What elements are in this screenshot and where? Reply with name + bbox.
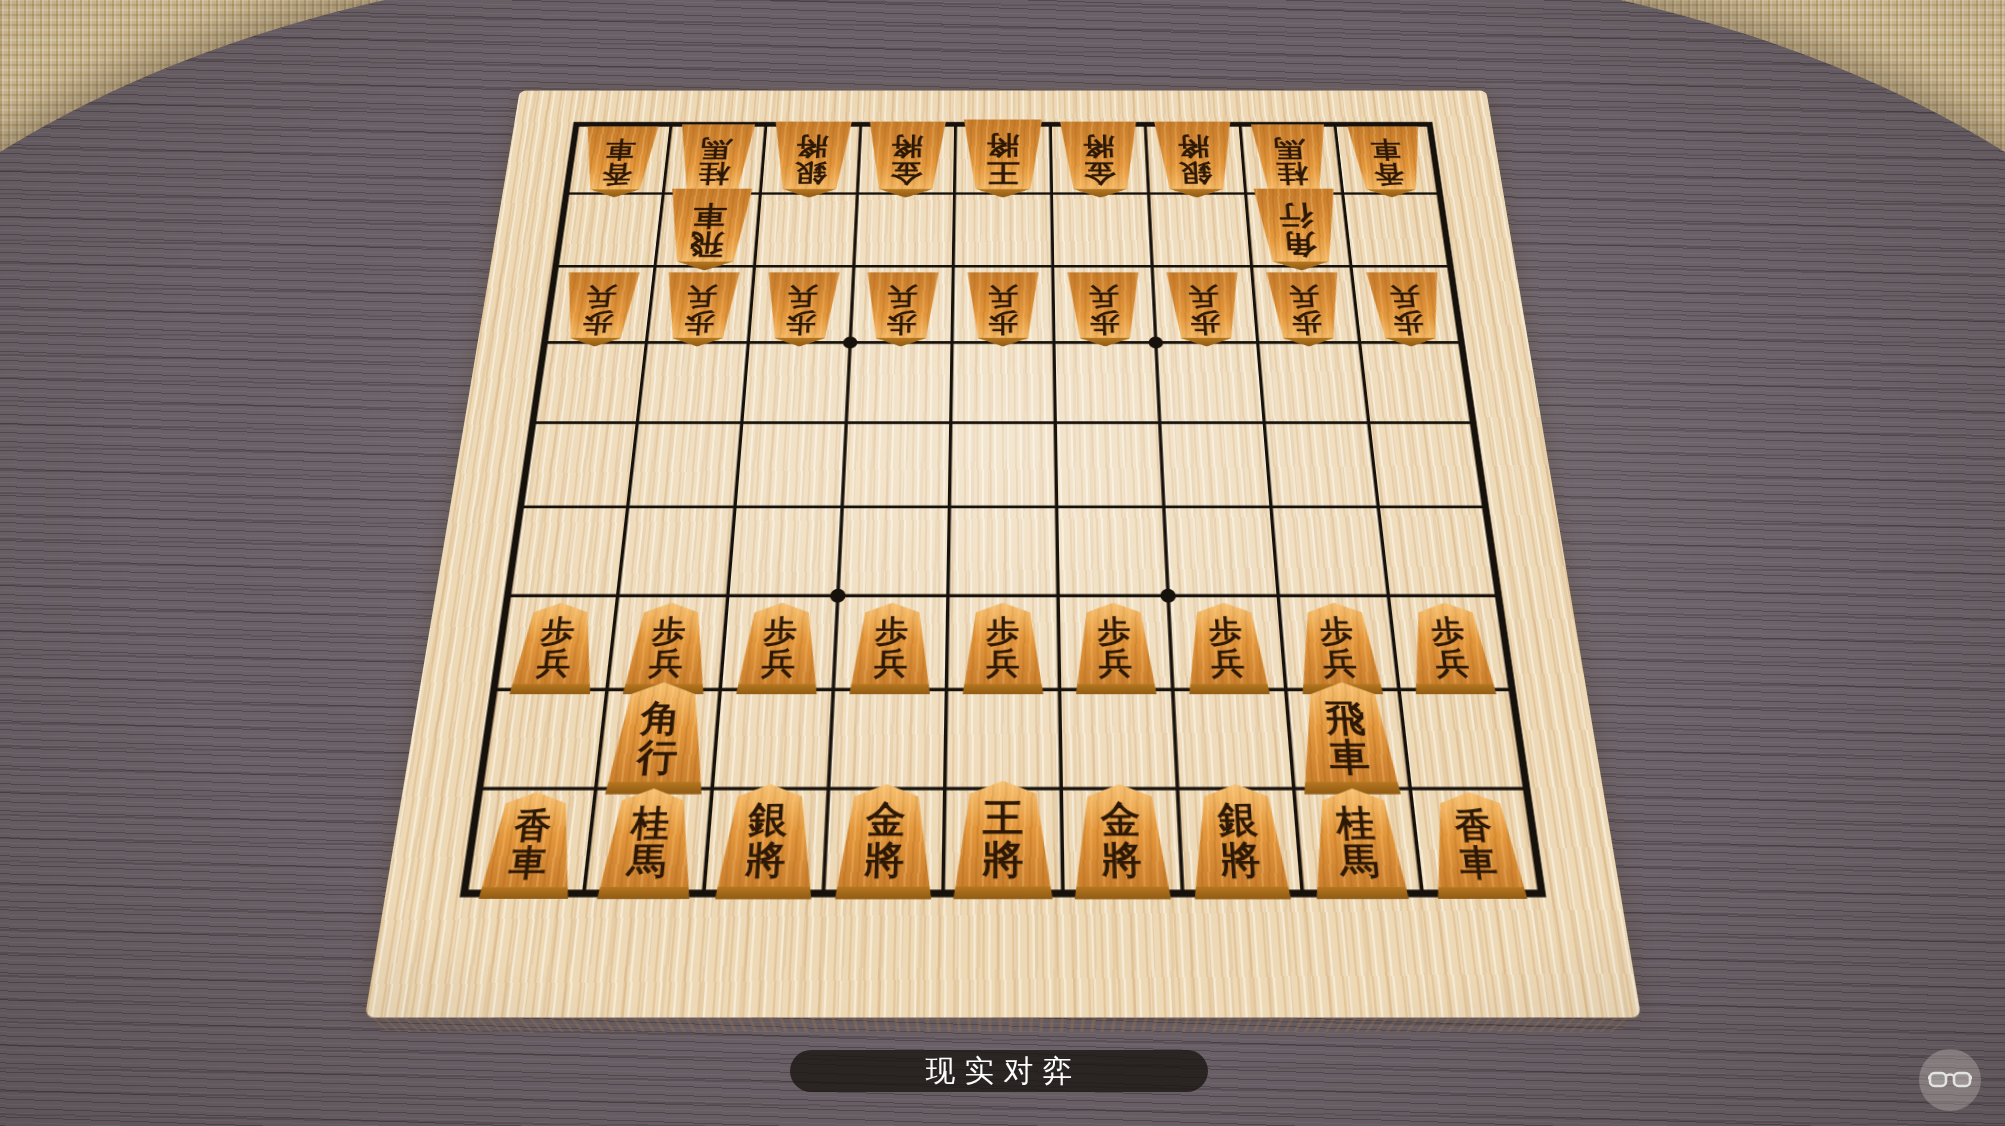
- piece-kanji: 金將: [833, 795, 935, 886]
- piece-thickness-edge: [761, 338, 837, 346]
- piece-kanji: 香車: [478, 802, 581, 887]
- piece-kanji: 歩兵: [965, 280, 1040, 339]
- piece-thickness-edge: [1413, 684, 1498, 694]
- piece-kanji: 歩兵: [1294, 612, 1384, 684]
- piece-kanji: 香車: [1347, 134, 1429, 190]
- piece-thickness-edge: [1300, 684, 1385, 694]
- piece-kanji: 歩兵: [622, 612, 712, 684]
- piece-kanji: 歩兵: [863, 280, 940, 339]
- piece-thickness-edge: [1258, 261, 1345, 270]
- piece-kanji: 歩兵: [1166, 280, 1245, 339]
- piece-thickness-edge: [1156, 189, 1238, 198]
- piece-thickness-edge: [661, 261, 748, 270]
- piece-thickness-edge: [961, 189, 1045, 198]
- piece-kanji: 歩兵: [735, 612, 823, 684]
- piece-kanji: 香車: [1425, 802, 1528, 887]
- piece-kanji: 桂馬: [596, 799, 699, 886]
- piece-kanji: 歩兵: [1183, 612, 1271, 684]
- piece-kanji: 歩兵: [660, 280, 740, 339]
- piece-thickness-edge: [508, 684, 593, 694]
- piece-kanji: 歩兵: [961, 612, 1045, 684]
- piece-thickness-edge: [1074, 684, 1158, 694]
- piece-kanji: 飛車: [1294, 693, 1402, 782]
- piece-thickness-edge: [621, 684, 706, 694]
- piece-kanji: 桂馬: [673, 132, 756, 190]
- piece-thickness-edge: [961, 684, 1045, 694]
- piece-thickness-edge: [1059, 189, 1140, 198]
- piece-thickness-edge: [1353, 189, 1429, 197]
- board-pieces-layer: 香車桂馬銀將金將王將金將銀將桂馬香車飛車角行歩兵歩兵歩兵歩兵歩兵歩兵歩兵歩兵歩兵…: [464, 124, 1542, 893]
- piece-kanji: 歩兵: [1073, 612, 1158, 684]
- piece-thickness-edge: [734, 684, 819, 694]
- piece-kanji: 角行: [605, 693, 713, 782]
- shogi-board[interactable]: 香車桂馬銀將金將王將金將銀將桂馬香車飛車角行歩兵歩兵歩兵歩兵歩兵歩兵歩兵歩兵歩兵…: [365, 91, 1641, 1018]
- piece-kanji: 飛車: [662, 197, 753, 262]
- piece-thickness-edge: [848, 684, 932, 694]
- piece-kanji: 角行: [1253, 197, 1344, 262]
- board-front-edge: [372, 1018, 1634, 1032]
- piece-kanji: 銀將: [1187, 795, 1292, 886]
- piece-kanji: 王將: [961, 128, 1045, 190]
- piece-kanji: 桂馬: [1250, 132, 1333, 190]
- piece-kanji: 金將: [1071, 795, 1173, 886]
- piece-kanji: 歩兵: [1365, 280, 1447, 339]
- piece-kanji: 歩兵: [1266, 280, 1346, 339]
- piece-thickness-edge: [557, 338, 634, 346]
- piece-thickness-edge: [577, 189, 653, 197]
- piece-thickness-edge: [865, 189, 946, 198]
- view-mode-button[interactable]: [1919, 1049, 1981, 1111]
- game-screen: 香車桂馬銀將金將王將金將銀將桂馬香車飛車角行歩兵歩兵歩兵歩兵歩兵歩兵歩兵歩兵歩兵…: [0, 0, 2005, 1126]
- piece-thickness-edge: [1067, 338, 1143, 346]
- piece-kanji: 歩兵: [509, 612, 601, 684]
- mode-pill-label: 现实对弈: [917, 1051, 1082, 1092]
- piece-kanji: 金將: [866, 130, 948, 190]
- piece-thickness-edge: [965, 338, 1041, 346]
- piece-thickness-edge: [659, 338, 735, 346]
- piece-kanji: 歩兵: [1404, 612, 1496, 684]
- piece-kanji: 歩兵: [558, 280, 640, 339]
- piece-kanji: 桂馬: [1306, 799, 1409, 886]
- piece-thickness-edge: [1372, 338, 1449, 346]
- piece-thickness-edge: [768, 189, 850, 198]
- piece-thickness-edge: [1301, 782, 1403, 795]
- piece-kanji: 歩兵: [762, 280, 841, 339]
- piece-thickness-edge: [1169, 338, 1245, 346]
- piece-thickness-edge: [1187, 684, 1272, 694]
- piece-thickness-edge: [863, 338, 939, 346]
- board-grid: 香車桂馬銀將金將王將金將銀將桂馬香車飛車角行歩兵歩兵歩兵歩兵歩兵歩兵歩兵歩兵歩兵…: [464, 124, 1542, 893]
- glasses-icon: [1928, 1065, 1972, 1095]
- mode-pill[interactable]: 现实对弈: [790, 1050, 1208, 1092]
- piece-thickness-edge: [603, 782, 705, 795]
- piece-kanji: 銀將: [769, 130, 853, 190]
- piece-kanji: 銀將: [714, 795, 819, 886]
- piece-kanji: 金將: [1058, 130, 1140, 190]
- piece-thickness-edge: [1270, 338, 1346, 346]
- piece-kanji: 歩兵: [848, 612, 933, 684]
- piece-kanji: 香車: [578, 134, 660, 190]
- piece-kanji: 銀將: [1153, 130, 1237, 190]
- piece-kanji: 歩兵: [1066, 280, 1143, 339]
- piece-kanji: 王將: [951, 792, 1054, 886]
